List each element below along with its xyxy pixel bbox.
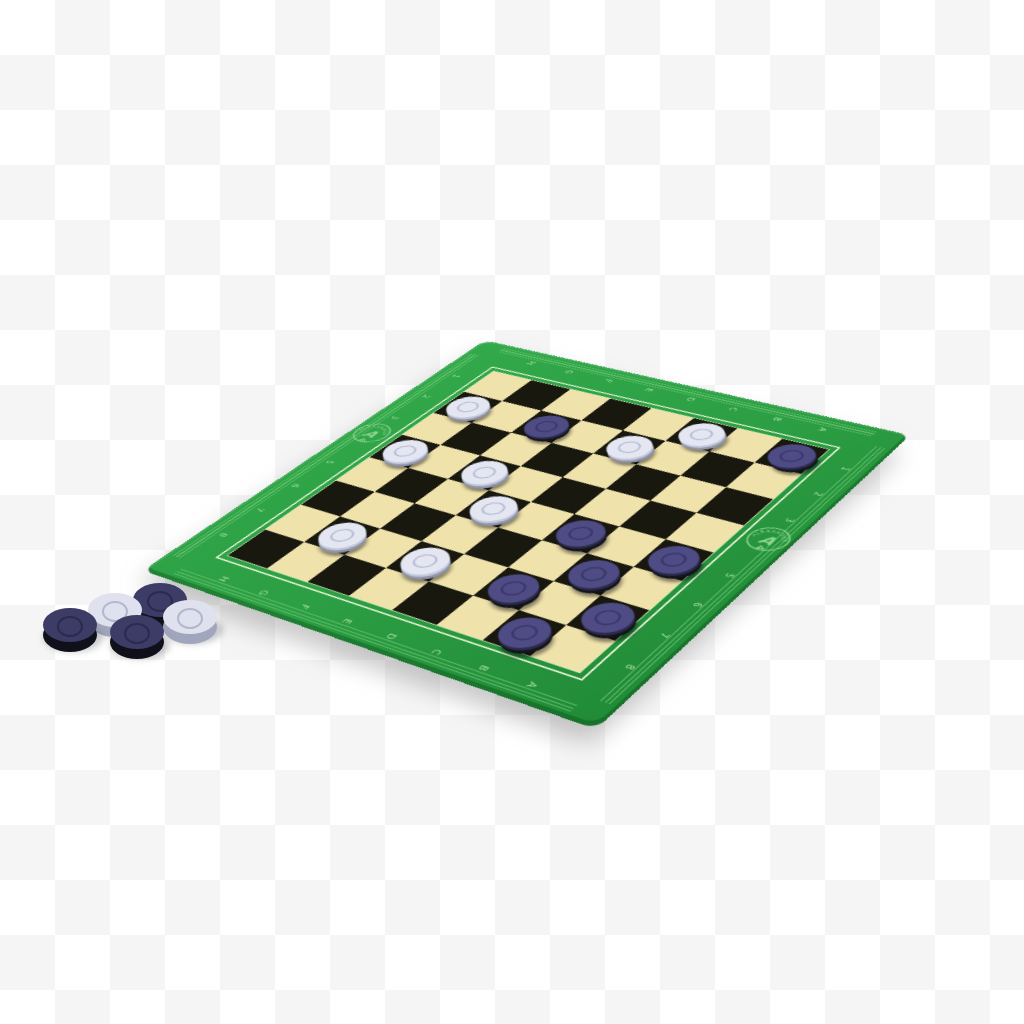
piece-ring bbox=[613, 439, 646, 455]
checkers-mat: ALEXANDER A ALEXANDER A HHGGFFEEDDCCBB bbox=[143, 340, 910, 729]
loose-white-piece[interactable] bbox=[163, 600, 217, 644]
file-label-top-C: C bbox=[723, 404, 743, 414]
piece-ring bbox=[563, 524, 599, 542]
file-label-top-E: E bbox=[638, 385, 658, 394]
file-label-top-F: F bbox=[598, 376, 618, 385]
file-label-top-B: B bbox=[766, 414, 786, 424]
piece-ring bbox=[124, 623, 150, 644]
board-perspective: ALEXANDER A ALEXANDER A HHGGFFEEDDCCBB bbox=[143, 340, 910, 729]
piece-ring bbox=[177, 608, 203, 629]
piece-ring bbox=[589, 607, 627, 628]
loose-dark-piece[interactable] bbox=[110, 615, 164, 659]
piece-ring bbox=[325, 527, 360, 545]
loose-dark-piece[interactable] bbox=[43, 608, 97, 652]
piece-top-face bbox=[110, 615, 164, 649]
piece-top-face bbox=[163, 600, 217, 634]
photo-background: ALEXANDER A ALEXANDER A HHGGFFEEDDCCBB bbox=[0, 0, 1024, 1024]
piece-ring bbox=[685, 427, 718, 442]
piece-ring bbox=[468, 465, 502, 481]
piece-ring bbox=[389, 443, 422, 458]
piece-ring bbox=[505, 622, 544, 643]
file-label-top-H: H bbox=[521, 359, 540, 368]
board-pieces bbox=[228, 371, 829, 672]
piece-ring bbox=[495, 579, 532, 599]
piece-ring bbox=[775, 448, 809, 464]
piece-ring bbox=[575, 564, 612, 583]
piece-ring bbox=[57, 616, 83, 637]
piece-top-face bbox=[43, 608, 97, 642]
piece-ring bbox=[452, 400, 484, 414]
board-mat-wrapper: ALEXANDER A ALEXANDER A HHGGFFEEDDCCBB bbox=[219, 190, 842, 813]
file-label-top-G: G bbox=[559, 367, 578, 376]
file-label-top-D: D bbox=[680, 394, 700, 404]
piece-ring bbox=[476, 500, 511, 517]
piece-ring bbox=[530, 419, 563, 434]
file-label-top-A: A bbox=[812, 424, 833, 434]
piece-ring bbox=[407, 552, 443, 571]
piece-ring bbox=[655, 550, 692, 569]
